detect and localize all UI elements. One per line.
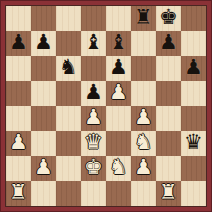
square-a7[interactable]: ♟	[6, 31, 31, 56]
white-pawn[interactable]: ♟	[109, 81, 128, 105]
square-g7[interactable]: ♟	[156, 31, 181, 56]
square-b8[interactable]	[31, 6, 56, 31]
square-d8[interactable]	[81, 6, 106, 31]
black-pawn[interactable]: ♟	[9, 31, 28, 55]
white-pawn[interactable]: ♟	[9, 131, 28, 155]
square-c8[interactable]	[56, 6, 81, 31]
square-a4[interactable]	[6, 106, 31, 131]
white-pawn[interactable]: ♟	[134, 106, 153, 130]
square-h3[interactable]: ♛	[181, 131, 206, 156]
square-a6[interactable]	[6, 56, 31, 81]
square-c4[interactable]	[56, 106, 81, 131]
square-e7[interactable]: ♝	[106, 31, 131, 56]
square-f1[interactable]	[131, 181, 156, 206]
white-queen[interactable]: ♛	[84, 131, 103, 155]
square-f7[interactable]	[131, 31, 156, 56]
square-f6[interactable]	[131, 56, 156, 81]
square-h1[interactable]	[181, 181, 206, 206]
square-h2[interactable]	[181, 156, 206, 181]
square-h5[interactable]	[181, 81, 206, 106]
square-a8[interactable]	[6, 6, 31, 31]
square-g5[interactable]	[156, 81, 181, 106]
square-b7[interactable]: ♟	[31, 31, 56, 56]
white-rook[interactable]: ♜	[159, 181, 178, 205]
white-pawn[interactable]: ♟	[134, 156, 153, 180]
black-pawn[interactable]: ♟	[84, 81, 103, 105]
square-b6[interactable]	[31, 56, 56, 81]
black-king[interactable]: ♚	[159, 6, 178, 30]
square-d3[interactable]: ♛	[81, 131, 106, 156]
black-bishop[interactable]: ♝	[84, 31, 103, 55]
square-h6[interactable]: ♟	[181, 56, 206, 81]
square-c7[interactable]	[56, 31, 81, 56]
square-f8[interactable]: ♜	[131, 6, 156, 31]
black-pawn[interactable]: ♟	[159, 31, 178, 55]
square-e1[interactable]	[106, 181, 131, 206]
square-e2[interactable]: ♞	[106, 156, 131, 181]
square-d5[interactable]: ♟	[81, 81, 106, 106]
square-c6[interactable]: ♞	[56, 56, 81, 81]
square-d1[interactable]	[81, 181, 106, 206]
square-b1[interactable]	[31, 181, 56, 206]
square-a3[interactable]: ♟	[6, 131, 31, 156]
white-knight[interactable]: ♞	[134, 131, 153, 155]
square-c1[interactable]	[56, 181, 81, 206]
square-d4[interactable]: ♟	[81, 106, 106, 131]
white-rook[interactable]: ♜	[9, 181, 28, 205]
black-rook[interactable]: ♜	[134, 6, 153, 30]
square-g8[interactable]: ♚	[156, 6, 181, 31]
black-bishop[interactable]: ♝	[109, 31, 128, 55]
square-g2[interactable]	[156, 156, 181, 181]
square-h7[interactable]	[181, 31, 206, 56]
square-e5[interactable]: ♟	[106, 81, 131, 106]
square-g4[interactable]	[156, 106, 181, 131]
square-c3[interactable]	[56, 131, 81, 156]
square-f4[interactable]: ♟	[131, 106, 156, 131]
white-pawn[interactable]: ♟	[84, 106, 103, 130]
white-king[interactable]: ♚	[84, 156, 103, 180]
square-b4[interactable]	[31, 106, 56, 131]
square-g6[interactable]	[156, 56, 181, 81]
square-h8[interactable]	[181, 6, 206, 31]
square-f5[interactable]	[131, 81, 156, 106]
black-queen[interactable]: ♛	[184, 131, 203, 155]
black-knight[interactable]: ♞	[59, 56, 78, 80]
square-e4[interactable]	[106, 106, 131, 131]
black-pawn[interactable]: ♟	[109, 56, 128, 80]
square-g3[interactable]	[156, 131, 181, 156]
square-a2[interactable]	[6, 156, 31, 181]
square-a1[interactable]: ♜	[6, 181, 31, 206]
square-b3[interactable]	[31, 131, 56, 156]
square-c5[interactable]	[56, 81, 81, 106]
black-pawn[interactable]: ♟	[184, 56, 203, 80]
square-d6[interactable]	[81, 56, 106, 81]
square-d2[interactable]: ♚	[81, 156, 106, 181]
square-d7[interactable]: ♝	[81, 31, 106, 56]
square-a5[interactable]	[6, 81, 31, 106]
square-b5[interactable]	[31, 81, 56, 106]
black-pawn[interactable]: ♟	[34, 31, 53, 55]
square-e6[interactable]: ♟	[106, 56, 131, 81]
square-g1[interactable]: ♜	[156, 181, 181, 206]
square-c2[interactable]	[56, 156, 81, 181]
square-f2[interactable]: ♟	[131, 156, 156, 181]
square-b2[interactable]: ♟	[31, 156, 56, 181]
board-frame: ♜♚♟♟♝♝♟♞♟♟♟♟♟♟♟♛♞♛♟♚♞♟♜♜	[0, 0, 212, 212]
square-e3[interactable]	[106, 131, 131, 156]
square-f3[interactable]: ♞	[131, 131, 156, 156]
chess-board: ♜♚♟♟♝♝♟♞♟♟♟♟♟♟♟♛♞♛♟♚♞♟♜♜	[6, 6, 206, 206]
square-h4[interactable]	[181, 106, 206, 131]
square-e8[interactable]	[106, 6, 131, 31]
white-knight[interactable]: ♞	[109, 156, 128, 180]
white-pawn[interactable]: ♟	[34, 156, 53, 180]
